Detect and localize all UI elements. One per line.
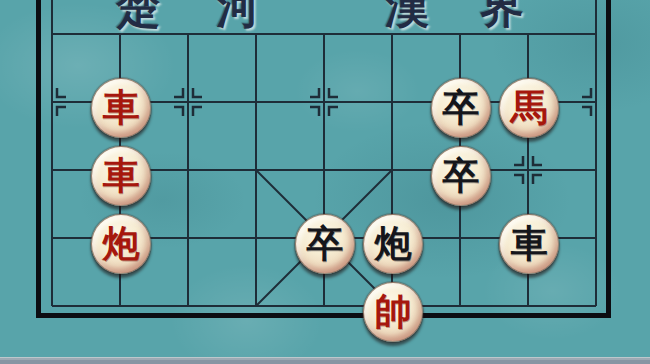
piece-glyph: 帥 (375, 293, 412, 330)
black-soldier[interactable]: 卒 (431, 78, 491, 138)
red-cannon[interactable]: 炮 (91, 214, 151, 274)
piece-glyph: 卒 (307, 225, 344, 262)
piece-glyph: 馬 (511, 89, 548, 126)
window-bottom-edge (0, 357, 650, 364)
black-soldier[interactable]: 卒 (295, 214, 355, 274)
red-general[interactable]: 帥 (363, 282, 423, 342)
black-cannon[interactable]: 炮 (363, 214, 423, 274)
piece-glyph: 車 (103, 157, 140, 194)
red-chariot[interactable]: 車 (91, 78, 151, 138)
red-chariot[interactable]: 車 (91, 146, 151, 206)
piece-glyph: 卒 (443, 157, 480, 194)
black-chariot[interactable]: 車 (499, 214, 559, 274)
piece-glyph: 炮 (103, 225, 140, 262)
piece-glyph: 車 (511, 225, 548, 262)
xiangqi-board-screen: 楚河漢界 車車炮卒馬卒卒炮車帥 (0, 0, 650, 364)
piece-glyph: 炮 (375, 225, 412, 262)
piece-glyph: 卒 (443, 89, 480, 126)
red-horse[interactable]: 馬 (499, 78, 559, 138)
black-soldier[interactable]: 卒 (431, 146, 491, 206)
piece-glyph: 車 (103, 89, 140, 126)
